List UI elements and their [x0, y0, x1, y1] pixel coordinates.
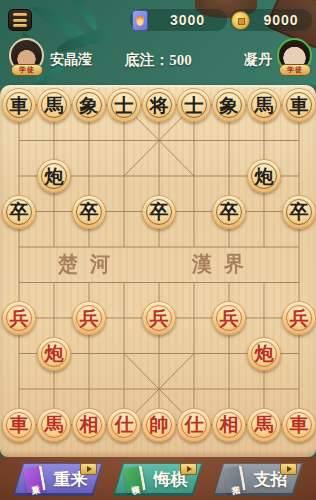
piece-red-帥[interactable]: 帥 [142, 408, 176, 442]
restart-button[interactable]: 重来 重来 [13, 463, 103, 496]
rank-badge-right: 学徒 [279, 64, 311, 76]
piece-black-士[interactable]: 士 [177, 88, 211, 122]
piece-red-兵[interactable]: 兵 [2, 301, 36, 335]
piece-black-馬[interactable]: 馬 [247, 88, 281, 122]
piece-black-卒[interactable]: 卒 [212, 195, 246, 229]
hamburger-menu-icon [13, 13, 27, 16]
play-video-icon [180, 463, 197, 475]
piece-red-兵[interactable]: 兵 [212, 301, 246, 335]
piece-black-卒[interactable]: 卒 [142, 195, 176, 229]
undo-move-button[interactable]: 悔棋 悔棋 [113, 463, 203, 496]
piece-red-馬[interactable]: 馬 [247, 408, 281, 442]
piece-red-兵[interactable]: 兵 [142, 301, 176, 335]
piece-red-車[interactable]: 車 [2, 408, 36, 442]
piece-red-相[interactable]: 相 [212, 408, 246, 442]
piece-black-将[interactable]: 将 [142, 88, 176, 122]
piece-red-兵[interactable]: 兵 [72, 301, 106, 335]
piece-black-士[interactable]: 士 [107, 88, 141, 122]
piece-black-象[interactable]: 象 [72, 88, 106, 122]
hint-book-icon: 支招 [223, 466, 246, 494]
coin-currency-counter[interactable]: 9000 [230, 9, 312, 31]
top-bar: 3000 9000 学徒 安晶滢 底注：500 凝丹 学徒 [0, 0, 316, 85]
piece-black-馬[interactable]: 馬 [37, 88, 71, 122]
piece-black-卒[interactable]: 卒 [282, 195, 316, 229]
piece-black-卒[interactable]: 卒 [2, 195, 36, 229]
play-video-icon [280, 463, 297, 475]
piece-red-馬[interactable]: 馬 [37, 408, 71, 442]
piece-red-仕[interactable]: 仕 [107, 408, 141, 442]
game-screen: 3000 9000 学徒 安晶滢 底注：500 凝丹 学徒 楚河 漢界 車馬象士… [0, 0, 316, 500]
piece-red-車[interactable]: 車 [282, 408, 316, 442]
piece-black-炮[interactable]: 炮 [247, 159, 281, 193]
restart-book-icon: 重来 [23, 466, 46, 494]
coin-currency-value: 9000 [250, 12, 312, 28]
piece-red-兵[interactable]: 兵 [282, 301, 316, 335]
piece-black-炮[interactable]: 炮 [37, 159, 71, 193]
hamburger-menu-button[interactable] [8, 9, 32, 31]
undo-book-icon: 悔棋 [123, 466, 146, 494]
card-currency-icon [132, 10, 148, 31]
bottom-action-bar: 重来 重来 悔棋 悔棋 支招 支招 [0, 457, 316, 500]
piece-black-卒[interactable]: 卒 [72, 195, 106, 229]
xiangqi-board[interactable]: 楚河 漢界 車馬象士将士象馬車炮炮卒卒卒卒卒兵兵兵兵兵炮炮車馬相仕帥仕相馬車 [0, 85, 316, 457]
piece-black-車[interactable]: 車 [282, 88, 316, 122]
piece-red-仕[interactable]: 仕 [177, 408, 211, 442]
gold-coin-icon [231, 11, 250, 30]
board-grid-lines [0, 85, 316, 457]
card-currency-value: 3000 [148, 12, 227, 28]
piece-red-炮[interactable]: 炮 [37, 337, 71, 371]
piece-black-車[interactable]: 車 [2, 88, 36, 122]
hint-button[interactable]: 支招 支招 [213, 463, 303, 496]
piece-red-相[interactable]: 相 [72, 408, 106, 442]
piece-black-象[interactable]: 象 [212, 88, 246, 122]
player-name-right: 凝丹 [244, 51, 272, 69]
play-video-icon [80, 463, 97, 475]
piece-red-炮[interactable]: 炮 [247, 337, 281, 371]
card-currency-counter[interactable]: 3000 [130, 9, 227, 31]
